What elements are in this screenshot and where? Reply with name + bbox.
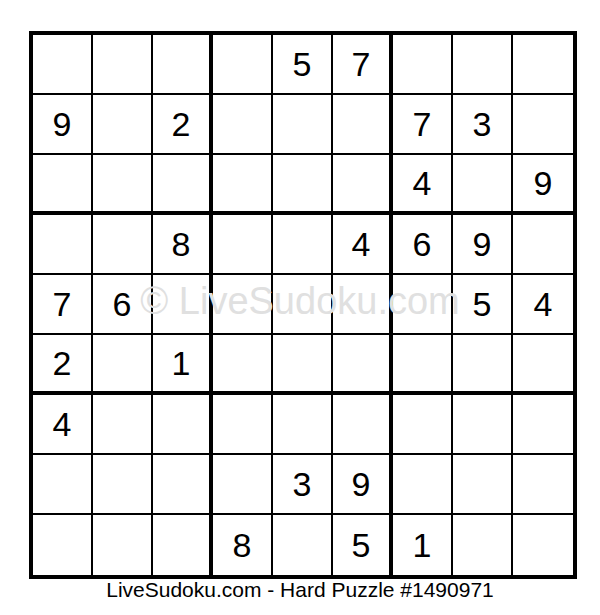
cell-r6c6[interactable] <box>333 335 393 395</box>
cell-r4c6: 4 <box>333 215 393 275</box>
cell-r3c2[interactable] <box>93 155 153 215</box>
cell-r5c6[interactable] <box>333 275 393 335</box>
page: 579273498469765421439851 © LiveSudoku.co… <box>0 0 600 615</box>
cell-r6c1: 2 <box>33 335 93 395</box>
cell-r2c9[interactable] <box>513 95 573 155</box>
cell-r8c9[interactable] <box>513 455 573 515</box>
cell-r7c6[interactable] <box>333 395 393 455</box>
cell-r8c7[interactable] <box>393 455 453 515</box>
cell-r4c1[interactable] <box>33 215 93 275</box>
cell-r4c2[interactable] <box>93 215 153 275</box>
cell-r8c3[interactable] <box>153 455 213 515</box>
cell-r5c5[interactable] <box>273 275 333 335</box>
cell-r9c7: 1 <box>393 515 453 575</box>
cell-r2c2[interactable] <box>93 95 153 155</box>
cell-r6c4[interactable] <box>213 335 273 395</box>
cell-r3c5[interactable] <box>273 155 333 215</box>
cell-r2c7: 7 <box>393 95 453 155</box>
cell-r3c4[interactable] <box>213 155 273 215</box>
cell-r9c5[interactable] <box>273 515 333 575</box>
cell-r8c8[interactable] <box>453 455 513 515</box>
cell-r8c5: 3 <box>273 455 333 515</box>
cell-r7c1: 4 <box>33 395 93 455</box>
cell-r2c1: 9 <box>33 95 93 155</box>
cell-r1c3[interactable] <box>153 35 213 95</box>
cell-r1c7[interactable] <box>393 35 453 95</box>
cell-r9c6: 5 <box>333 515 393 575</box>
cell-r6c2[interactable] <box>93 335 153 395</box>
cell-r7c9[interactable] <box>513 395 573 455</box>
cell-r8c2[interactable] <box>93 455 153 515</box>
cell-r5c4[interactable] <box>213 275 273 335</box>
cell-r7c2[interactable] <box>93 395 153 455</box>
cell-r4c8: 9 <box>453 215 513 275</box>
cell-r7c4[interactable] <box>213 395 273 455</box>
cell-r3c8[interactable] <box>453 155 513 215</box>
cell-r4c9[interactable] <box>513 215 573 275</box>
cell-r9c1[interactable] <box>33 515 93 575</box>
cell-r6c7[interactable] <box>393 335 453 395</box>
cell-r5c8: 5 <box>453 275 513 335</box>
cell-r9c4: 8 <box>213 515 273 575</box>
cell-r9c2[interactable] <box>93 515 153 575</box>
sudoku-board: 579273498469765421439851 <box>29 31 577 579</box>
cell-r1c5: 5 <box>273 35 333 95</box>
cell-r1c9[interactable] <box>513 35 573 95</box>
cell-r4c4[interactable] <box>213 215 273 275</box>
cell-r7c5[interactable] <box>273 395 333 455</box>
cell-r9c8[interactable] <box>453 515 513 575</box>
cell-r1c4[interactable] <box>213 35 273 95</box>
cell-r8c1[interactable] <box>33 455 93 515</box>
cell-r1c2[interactable] <box>93 35 153 95</box>
cell-r4c5[interactable] <box>273 215 333 275</box>
cell-r5c9: 4 <box>513 275 573 335</box>
cell-r7c3[interactable] <box>153 395 213 455</box>
cell-r2c4[interactable] <box>213 95 273 155</box>
cell-r5c2: 6 <box>93 275 153 335</box>
cell-r6c8[interactable] <box>453 335 513 395</box>
cell-r9c3[interactable] <box>153 515 213 575</box>
cell-r2c3: 2 <box>153 95 213 155</box>
cell-r8c6: 9 <box>333 455 393 515</box>
cell-r6c9[interactable] <box>513 335 573 395</box>
cell-r2c8: 3 <box>453 95 513 155</box>
cell-r5c1: 7 <box>33 275 93 335</box>
cell-r7c7[interactable] <box>393 395 453 455</box>
cell-r3c6[interactable] <box>333 155 393 215</box>
cell-r1c1[interactable] <box>33 35 93 95</box>
cell-r1c8[interactable] <box>453 35 513 95</box>
cell-r6c5[interactable] <box>273 335 333 395</box>
cell-r7c8[interactable] <box>453 395 513 455</box>
cell-r3c3[interactable] <box>153 155 213 215</box>
cell-r1c6: 7 <box>333 35 393 95</box>
cell-r3c1[interactable] <box>33 155 93 215</box>
cell-r2c5[interactable] <box>273 95 333 155</box>
cell-r9c9[interactable] <box>513 515 573 575</box>
cell-r5c7[interactable] <box>393 275 453 335</box>
cell-r8c4[interactable] <box>213 455 273 515</box>
cell-r3c9: 9 <box>513 155 573 215</box>
cell-r6c3: 1 <box>153 335 213 395</box>
cell-r3c7: 4 <box>393 155 453 215</box>
cell-r2c6[interactable] <box>333 95 393 155</box>
cell-r5c3[interactable] <box>153 275 213 335</box>
cell-r4c3: 8 <box>153 215 213 275</box>
caption: LiveSudoku.com - Hard Puzzle #1490971 <box>0 577 600 603</box>
cell-r4c7: 6 <box>393 215 453 275</box>
